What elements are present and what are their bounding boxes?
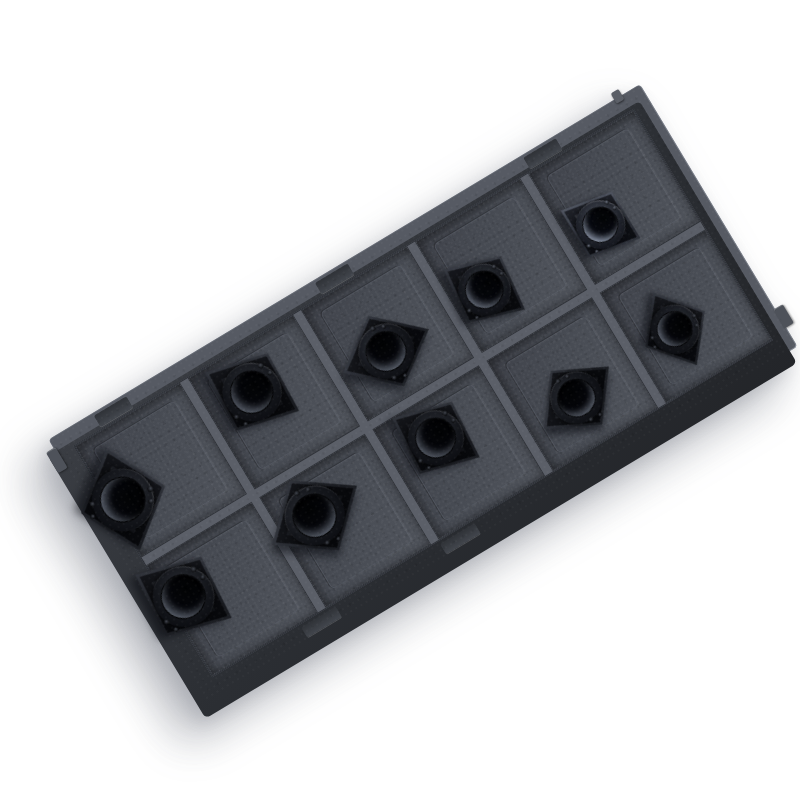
carbide-insert-10 bbox=[624, 275, 727, 383]
carbide-insert-8 bbox=[518, 340, 634, 456]
left-edge-tab bbox=[46, 447, 68, 473]
compartment-grid bbox=[73, 109, 773, 677]
insert-tray bbox=[48, 84, 797, 702]
right-edge-tab bbox=[773, 304, 794, 329]
insert-box bbox=[0, 0, 800, 800]
corner-nub bbox=[611, 89, 625, 104]
photo-canvas bbox=[0, 0, 800, 800]
carbide-insert-2 bbox=[117, 536, 249, 658]
